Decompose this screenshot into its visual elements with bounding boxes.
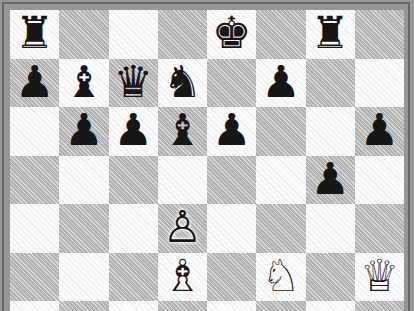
square-h2 — [355, 301, 404, 311]
square-d2 — [158, 301, 207, 311]
black-knight: ♞ — [163, 60, 202, 104]
square-b4 — [59, 204, 108, 253]
square-a8: ♜ — [10, 10, 59, 59]
chessboard: ♜♚♜♟♝♛♞♟♟♟♝♟♟♟♙♗♘♕ — [10, 10, 404, 311]
square-g5: ♟ — [306, 156, 355, 205]
square-b7: ♝ — [59, 59, 108, 108]
square-f2 — [256, 301, 305, 311]
black-rook: ♜ — [15, 11, 54, 55]
square-g6 — [306, 107, 355, 156]
square-c4 — [109, 204, 158, 253]
square-d8 — [158, 10, 207, 59]
black-queen: ♛ — [113, 60, 152, 104]
white-knight: ♘ — [261, 254, 300, 298]
square-d7: ♞ — [158, 59, 207, 108]
square-f7: ♟ — [256, 59, 305, 108]
square-a2 — [10, 301, 59, 311]
square-d5 — [158, 156, 207, 205]
square-h6: ♟ — [355, 107, 404, 156]
square-c7: ♛ — [109, 59, 158, 108]
white-queen: ♕ — [360, 254, 399, 298]
square-a5 — [10, 156, 59, 205]
square-f8 — [256, 10, 305, 59]
square-h7 — [355, 59, 404, 108]
square-d4: ♙ — [158, 204, 207, 253]
square-h4 — [355, 204, 404, 253]
square-f3: ♘ — [256, 253, 305, 302]
square-g2 — [306, 301, 355, 311]
square-c6: ♟ — [109, 107, 158, 156]
square-c5 — [109, 156, 158, 205]
square-g8: ♜ — [306, 10, 355, 59]
square-e6: ♟ — [207, 107, 256, 156]
black-pawn: ♟ — [261, 60, 300, 104]
square-a6 — [10, 107, 59, 156]
square-d3: ♗ — [158, 253, 207, 302]
square-b5 — [59, 156, 108, 205]
square-a4 — [10, 204, 59, 253]
black-pawn: ♟ — [15, 60, 54, 104]
square-a7: ♟ — [10, 59, 59, 108]
square-a3 — [10, 253, 59, 302]
square-c8 — [109, 10, 158, 59]
black-rook: ♜ — [310, 11, 349, 55]
square-b2 — [59, 301, 108, 311]
square-e3 — [207, 253, 256, 302]
white-bishop: ♗ — [163, 254, 202, 298]
square-b3 — [59, 253, 108, 302]
square-f6 — [256, 107, 305, 156]
square-b8 — [59, 10, 108, 59]
square-f4 — [256, 204, 305, 253]
black-pawn: ♟ — [360, 108, 399, 152]
black-pawn: ♟ — [64, 108, 103, 152]
chess-diagram: ♜♚♜♟♝♛♞♟♟♟♝♟♟♟♙♗♘♕ — [0, 0, 414, 311]
square-h8 — [355, 10, 404, 59]
square-e2 — [207, 301, 256, 311]
square-c3 — [109, 253, 158, 302]
square-b6: ♟ — [59, 107, 108, 156]
square-e8: ♚ — [207, 10, 256, 59]
square-g4 — [306, 204, 355, 253]
square-h3: ♕ — [355, 253, 404, 302]
square-e7 — [207, 59, 256, 108]
square-g3 — [306, 253, 355, 302]
square-f5 — [256, 156, 305, 205]
square-h5 — [355, 156, 404, 205]
black-pawn: ♟ — [113, 108, 152, 152]
black-pawn: ♟ — [212, 108, 251, 152]
square-c2 — [109, 301, 158, 311]
black-bishop: ♝ — [163, 108, 202, 152]
square-g7 — [306, 59, 355, 108]
black-king: ♚ — [212, 11, 251, 55]
square-e4 — [207, 204, 256, 253]
square-e5 — [207, 156, 256, 205]
white-pawn: ♙ — [163, 205, 202, 249]
black-pawn: ♟ — [310, 157, 349, 201]
square-d6: ♝ — [158, 107, 207, 156]
black-bishop: ♝ — [64, 60, 103, 104]
